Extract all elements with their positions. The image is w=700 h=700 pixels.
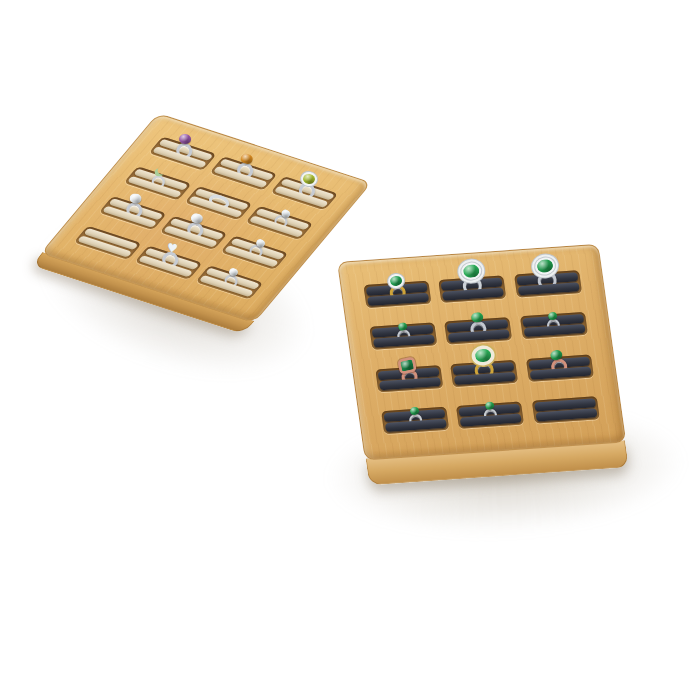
navy-tray-slot-grid <box>357 260 606 445</box>
slot-cell-r1c2 <box>432 265 513 312</box>
slot-cell-r1c1 <box>357 270 438 317</box>
ring-slot <box>381 407 449 434</box>
ring-slot <box>514 270 582 297</box>
ring-slot <box>456 402 524 429</box>
ring-slot <box>445 317 513 344</box>
slot-cell-r2c2 <box>438 307 519 354</box>
slot-cell-r2c3 <box>513 302 594 349</box>
diamond-stone <box>129 193 142 204</box>
ring-slot <box>439 275 507 302</box>
jade-stone <box>154 168 163 176</box>
slot-cell-r2c1 <box>363 313 444 360</box>
slot-cell-r1c3 <box>507 260 588 307</box>
amethyst-stone <box>179 134 192 145</box>
product-photo: ♥ <box>0 0 700 700</box>
ring-slot <box>526 354 594 381</box>
slot-cell-r4c2 <box>450 392 531 439</box>
cream-ring-tray: ♥ <box>40 113 372 323</box>
ring-slot <box>451 360 519 387</box>
ring-slot <box>375 365 443 392</box>
ring-slot <box>364 280 432 307</box>
green-emerald-stone <box>400 359 414 371</box>
slot-cell-r4c1 <box>375 397 456 444</box>
empty-ring-slot <box>532 396 600 423</box>
slot-cell-r3c3 <box>519 344 600 391</box>
jade-stone <box>462 264 479 279</box>
navy-ring-tray <box>337 244 626 461</box>
slot-cell-r3c1 <box>369 355 450 402</box>
jade-stone <box>474 348 491 363</box>
diamond-stone: ♥ <box>166 242 180 254</box>
slot-cell-r3c2 <box>444 350 525 397</box>
slot-cell-r4c3 <box>525 386 606 433</box>
ring-slot <box>369 323 437 350</box>
ring-slot <box>520 312 588 339</box>
